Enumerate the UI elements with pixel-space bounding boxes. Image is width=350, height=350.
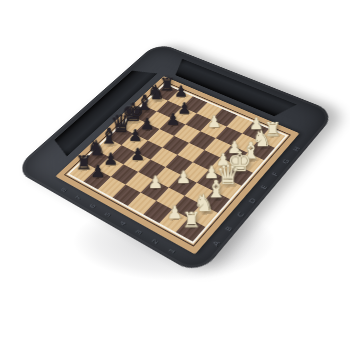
- pawn-glyph: ♟: [90, 164, 105, 180]
- piece-black-pawn-a7[interactable]: ♟: [82, 136, 113, 179]
- pawn-glyph: ♟: [165, 112, 179, 127]
- piece-black-pawn-f6[interactable]: ♟: [158, 86, 187, 127]
- scene-wrapper: 87654321 ABCDEFGH ♜♞♝♛♚♝♞♜♟♟♟♟♟♟♟♟♟♟♟♟♟♟…: [41, 7, 310, 276]
- piece-white-rook-a1[interactable]: ♜: [174, 183, 208, 230]
- rook-glyph: ♜: [181, 210, 200, 230]
- product-photo-stage: 87654321 ABCDEFGH ♜♞♝♛♚♝♞♜♟♟♟♟♟♟♟♟♟♟♟♟♟♟…: [0, 0, 350, 350]
